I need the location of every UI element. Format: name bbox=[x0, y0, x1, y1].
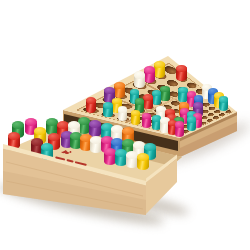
brand-emblem-dot bbox=[69, 151, 71, 153]
drawer-front bbox=[0, 0, 250, 250]
product-photo-wooden-sudoku bbox=[0, 0, 250, 250]
brand-emblem bbox=[61, 149, 70, 155]
